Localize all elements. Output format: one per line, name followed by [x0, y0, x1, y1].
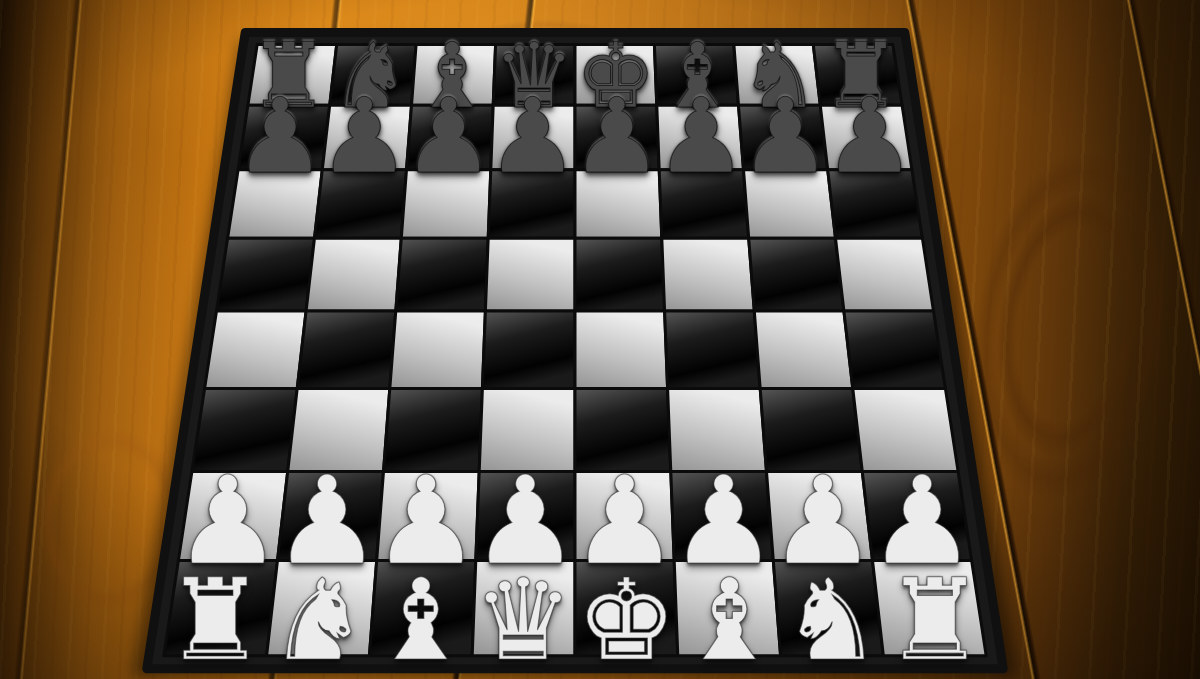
square-h4[interactable]	[844, 311, 946, 389]
square-f5[interactable]	[662, 238, 755, 311]
square-f4[interactable]	[665, 311, 761, 389]
square-g4[interactable]	[754, 311, 853, 389]
chess-board: ♜♞♝♛♚♝♞♜♟♟♟♟♟♟♟♟♟♟♟♟♟♟♟♟♜♞♝♛♚♝♞♜	[0, 0, 1200, 679]
square-a5[interactable]	[217, 238, 315, 311]
piece-black-pawn-h7[interactable]: ♟	[792, 85, 948, 189]
square-e5[interactable]	[575, 238, 665, 311]
square-h5[interactable]	[836, 238, 934, 311]
square-d5[interactable]	[485, 238, 575, 311]
square-c5[interactable]	[396, 238, 488, 311]
square-b5[interactable]	[306, 238, 401, 311]
game-scene: ♜♞♝♛♚♝♞♜♟♟♟♟♟♟♟♟♟♟♟♟♟♟♟♟♜♞♝♛♚♝♞♜	[0, 0, 1200, 679]
square-e4[interactable]	[575, 311, 668, 389]
square-a4[interactable]	[205, 311, 307, 389]
square-d4[interactable]	[482, 311, 575, 389]
square-b4[interactable]	[297, 311, 396, 389]
piece-white-rook-h1[interactable]: ♜	[850, 564, 1019, 677]
square-g5[interactable]	[749, 238, 844, 311]
square-c4[interactable]	[390, 311, 486, 389]
